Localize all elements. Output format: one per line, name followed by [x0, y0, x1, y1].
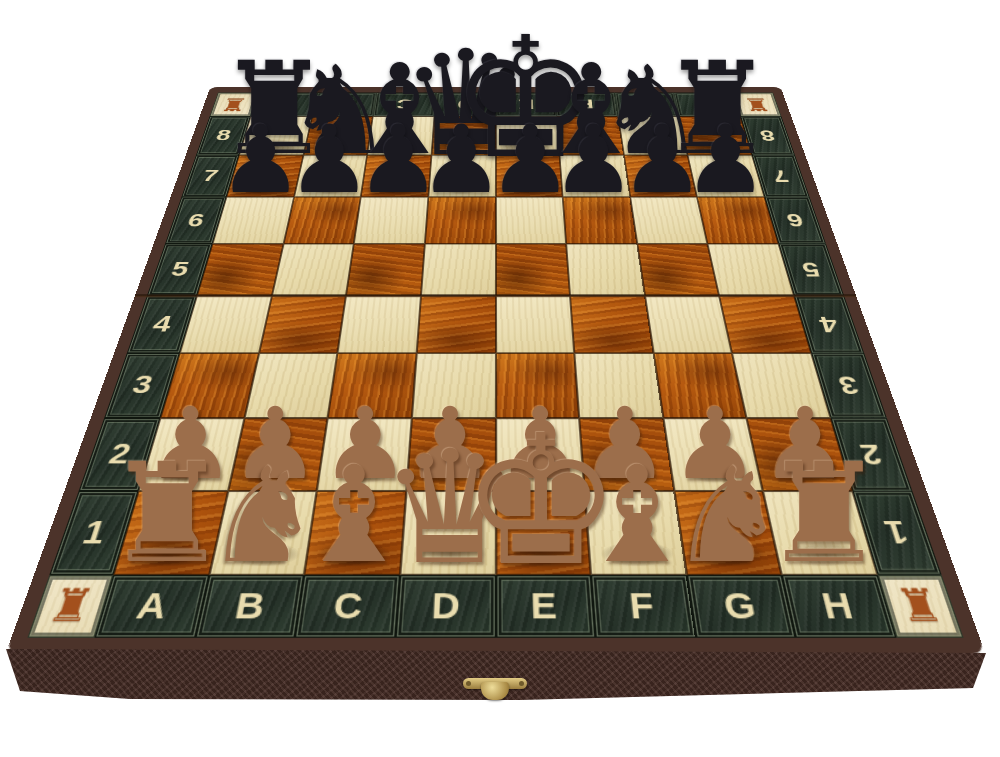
- latch-screw: [519, 681, 524, 686]
- latch-knob: [481, 682, 509, 700]
- latch-screw: [466, 681, 471, 686]
- chess-set-photo: ♜ABCDEFGH♜8877665544332211♜ABCDEFGH♜ ♜♞♝…: [0, 0, 1000, 757]
- pieces-layer: ♜♞♝♛♚♝♞♜♟♟♟♟♟♟♟♟♟♟♟♟♟♟♟♟♜♞♝♛♚♝♞♜: [0, 0, 1000, 757]
- piece-white-rook-h1[interactable]: ♜: [762, 445, 885, 583]
- brass-latch: [463, 676, 527, 702]
- piece-black-pawn-h7[interactable]: ♟: [683, 112, 767, 206]
